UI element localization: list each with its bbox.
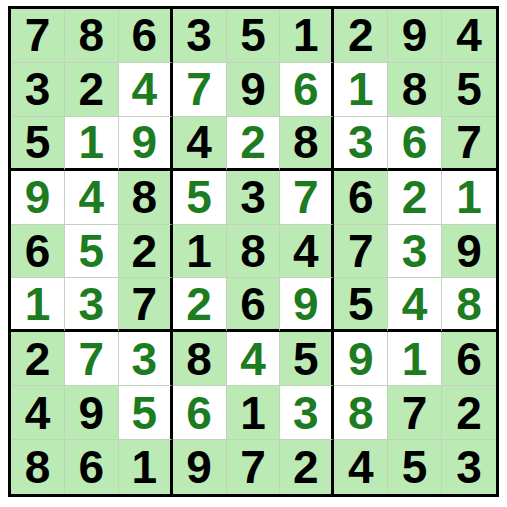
cell-r1c8[interactable]: 9 (388, 9, 442, 63)
cell-r8c4[interactable]: 6 (173, 386, 227, 440)
cell-r3c7[interactable]: 3 (334, 117, 388, 171)
cell-r8c9[interactable]: 2 (442, 386, 496, 440)
cell-r4c2[interactable]: 4 (65, 171, 119, 225)
cell-r5c4[interactable]: 1 (173, 225, 227, 279)
cell-r5c6[interactable]: 4 (280, 225, 334, 279)
cell-r3c2[interactable]: 1 (65, 117, 119, 171)
cell-r4c6[interactable]: 7 (280, 171, 334, 225)
cell-r2c4[interactable]: 7 (173, 63, 227, 117)
cell-r1c9[interactable]: 4 (442, 9, 496, 63)
cell-r5c1[interactable]: 6 (11, 225, 65, 279)
cell-r3c4[interactable]: 4 (173, 117, 227, 171)
cell-r3c8[interactable]: 6 (388, 117, 442, 171)
cell-r9c1[interactable]: 8 (11, 440, 65, 494)
cell-r7c3[interactable]: 3 (119, 332, 173, 386)
cell-r6c7[interactable]: 5 (334, 278, 388, 332)
cell-r2c2[interactable]: 2 (65, 63, 119, 117)
sudoku-board: 7863512943247961855194283679485376216521… (8, 6, 499, 497)
cell-r4c1[interactable]: 9 (11, 171, 65, 225)
cell-r2c8[interactable]: 8 (388, 63, 442, 117)
cell-r9c8[interactable]: 5 (388, 440, 442, 494)
cell-r6c5[interactable]: 6 (227, 278, 281, 332)
cell-r6c4[interactable]: 2 (173, 278, 227, 332)
cell-r2c1[interactable]: 3 (11, 63, 65, 117)
cell-r2c3[interactable]: 4 (119, 63, 173, 117)
cell-r4c4[interactable]: 5 (173, 171, 227, 225)
cell-r6c9[interactable]: 8 (442, 278, 496, 332)
cell-r6c1[interactable]: 1 (11, 278, 65, 332)
cell-r9c7[interactable]: 4 (334, 440, 388, 494)
cell-r1c5[interactable]: 5 (227, 9, 281, 63)
cell-r6c2[interactable]: 3 (65, 278, 119, 332)
cell-r4c9[interactable]: 1 (442, 171, 496, 225)
cell-r2c6[interactable]: 6 (280, 63, 334, 117)
cell-r7c1[interactable]: 2 (11, 332, 65, 386)
cell-r8c1[interactable]: 4 (11, 386, 65, 440)
cell-r4c8[interactable]: 2 (388, 171, 442, 225)
cell-r5c9[interactable]: 9 (442, 225, 496, 279)
cell-r2c9[interactable]: 5 (442, 63, 496, 117)
cell-r7c8[interactable]: 1 (388, 332, 442, 386)
cell-r7c5[interactable]: 4 (227, 332, 281, 386)
cell-r7c4[interactable]: 8 (173, 332, 227, 386)
cell-r2c5[interactable]: 9 (227, 63, 281, 117)
cell-r4c7[interactable]: 6 (334, 171, 388, 225)
cell-r9c6[interactable]: 2 (280, 440, 334, 494)
cell-r8c6[interactable]: 3 (280, 386, 334, 440)
cell-r5c8[interactable]: 3 (388, 225, 442, 279)
cell-r2c7[interactable]: 1 (334, 63, 388, 117)
cell-r8c2[interactable]: 9 (65, 386, 119, 440)
cell-r3c6[interactable]: 8 (280, 117, 334, 171)
cell-r5c7[interactable]: 7 (334, 225, 388, 279)
cell-r9c2[interactable]: 6 (65, 440, 119, 494)
cell-r6c6[interactable]: 9 (280, 278, 334, 332)
cell-r8c7[interactable]: 8 (334, 386, 388, 440)
cell-r9c4[interactable]: 9 (173, 440, 227, 494)
cell-r1c2[interactable]: 8 (65, 9, 119, 63)
cell-r9c3[interactable]: 1 (119, 440, 173, 494)
cell-r9c5[interactable]: 7 (227, 440, 281, 494)
cell-r1c4[interactable]: 3 (173, 9, 227, 63)
cell-r7c9[interactable]: 6 (442, 332, 496, 386)
cell-r4c3[interactable]: 8 (119, 171, 173, 225)
cell-r3c1[interactable]: 5 (11, 117, 65, 171)
cell-r5c3[interactable]: 2 (119, 225, 173, 279)
cell-r3c5[interactable]: 2 (227, 117, 281, 171)
cell-r4c5[interactable]: 3 (227, 171, 281, 225)
cell-r1c6[interactable]: 1 (280, 9, 334, 63)
cell-r1c7[interactable]: 2 (334, 9, 388, 63)
cell-r3c3[interactable]: 9 (119, 117, 173, 171)
cell-r6c3[interactable]: 7 (119, 278, 173, 332)
cell-r8c3[interactable]: 5 (119, 386, 173, 440)
cell-r7c2[interactable]: 7 (65, 332, 119, 386)
cell-r5c2[interactable]: 5 (65, 225, 119, 279)
cell-r1c3[interactable]: 6 (119, 9, 173, 63)
cell-r5c5[interactable]: 8 (227, 225, 281, 279)
cell-r7c6[interactable]: 5 (280, 332, 334, 386)
cell-r8c8[interactable]: 7 (388, 386, 442, 440)
cell-r6c8[interactable]: 4 (388, 278, 442, 332)
cell-r7c7[interactable]: 9 (334, 332, 388, 386)
cell-r3c9[interactable]: 7 (442, 117, 496, 171)
cell-r1c1[interactable]: 7 (11, 9, 65, 63)
cell-r8c5[interactable]: 1 (227, 386, 281, 440)
cell-r9c9[interactable]: 3 (442, 440, 496, 494)
